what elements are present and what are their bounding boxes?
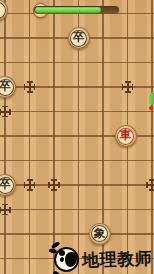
piece-black-soldier[interactable]: 卒 <box>0 76 16 98</box>
piece-black-soldier[interactable]: 卒 <box>0 174 16 196</box>
pieces-layer: 卒卒卒車象 <box>0 0 154 274</box>
timer-progress-track <box>34 6 119 15</box>
piece-face <box>0 2 6 19</box>
right-edge-green-indicator <box>149 93 154 105</box>
piece-black-soldier[interactable]: 卒 <box>68 27 90 49</box>
piece-black-elephant[interactable]: 象 <box>89 223 111 245</box>
right-edge-red-dot <box>149 106 154 111</box>
xiangqi-app-screen: 卒卒卒車象 地理教师 <box>0 0 154 274</box>
timer-progress-fill <box>35 7 101 14</box>
piece-red-chariot[interactable]: 車 <box>115 125 137 147</box>
